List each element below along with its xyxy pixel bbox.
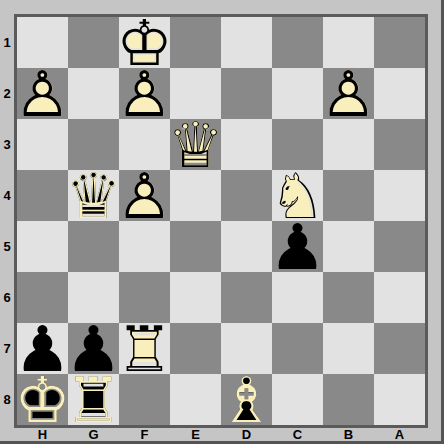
white-pawn-outline-icon: ♙: [17, 69, 68, 120]
square-h5[interactable]: [17, 221, 68, 272]
square-e1[interactable]: [170, 17, 221, 68]
square-a6[interactable]: [374, 272, 425, 323]
piece-black-queen-g4[interactable]: ♛♕: [68, 170, 119, 221]
file-label-b: B: [323, 427, 374, 441]
square-c6[interactable]: [272, 272, 323, 323]
file-label-g: G: [68, 427, 119, 441]
square-e7[interactable]: [170, 323, 221, 374]
piece-white-pawn-b2[interactable]: ♟♙: [323, 68, 374, 119]
square-d2[interactable]: [221, 68, 272, 119]
square-f4[interactable]: ♟♙: [119, 170, 170, 221]
rank-labels: 12345678: [0, 17, 14, 425]
square-f2[interactable]: ♟♙: [119, 68, 170, 119]
rank-label-3: 3: [0, 119, 14, 170]
piece-white-pawn-h2[interactable]: ♟♙: [17, 68, 68, 119]
square-h3[interactable]: [17, 119, 68, 170]
piece-white-queen-e3[interactable]: ♛♕: [170, 119, 221, 170]
square-d3[interactable]: [221, 119, 272, 170]
square-b5[interactable]: [323, 221, 374, 272]
square-g5[interactable]: [68, 221, 119, 272]
square-h4[interactable]: [17, 170, 68, 221]
black-pawn-silhouette-icon: ♟: [272, 222, 323, 273]
square-b8[interactable]: [323, 374, 374, 425]
square-b7[interactable]: [323, 323, 374, 374]
piece-white-rook-f7[interactable]: ♜♖: [119, 323, 170, 374]
black-rook-outline-icon: ♖: [68, 375, 119, 426]
square-f8[interactable]: [119, 374, 170, 425]
square-b6[interactable]: [323, 272, 374, 323]
square-e5[interactable]: [170, 221, 221, 272]
square-e3[interactable]: ♛♕: [170, 119, 221, 170]
black-bishop-outline-icon: ♗: [221, 375, 272, 426]
square-e8[interactable]: [170, 374, 221, 425]
rank-label-2: 2: [0, 68, 14, 119]
piece-white-pawn-f4[interactable]: ♟♙: [119, 170, 170, 221]
piece-white-pawn-f2[interactable]: ♟♙: [119, 68, 170, 119]
square-a7[interactable]: [374, 323, 425, 374]
square-a1[interactable]: [374, 17, 425, 68]
file-labels: HGFEDCBA: [17, 427, 425, 441]
square-f7[interactable]: ♜♖: [119, 323, 170, 374]
white-pawn-outline-icon: ♙: [119, 69, 170, 120]
square-a4[interactable]: [374, 170, 425, 221]
file-label-a: A: [374, 427, 425, 441]
white-rook-outline-icon: ♖: [119, 324, 170, 375]
piece-black-rook-g8[interactable]: ♜♖: [68, 374, 119, 425]
black-king-outline-icon: ♔: [17, 375, 68, 426]
file-label-d: D: [221, 427, 272, 441]
square-d4[interactable]: [221, 170, 272, 221]
square-a3[interactable]: [374, 119, 425, 170]
board: ♚♔♟♙♟♙♟♙♛♕♛♕♟♙♞♘♟♟♟♜♖♚♔♜♖♝♗: [14, 14, 428, 428]
white-queen-outline-icon: ♕: [170, 120, 221, 171]
square-g1[interactable]: [68, 17, 119, 68]
square-d8[interactable]: ♝♗: [221, 374, 272, 425]
rank-label-8: 8: [0, 374, 14, 425]
square-e6[interactable]: [170, 272, 221, 323]
square-f5[interactable]: [119, 221, 170, 272]
chess-diagram: ♚♔♟♙♟♙♟♙♛♕♛♕♟♙♞♘♟♟♟♜♖♚♔♜♖♝♗ 12345678 HGF…: [0, 0, 444, 444]
square-b4[interactable]: [323, 170, 374, 221]
square-g2[interactable]: [68, 68, 119, 119]
piece-black-bishop-d8[interactable]: ♝♗: [221, 374, 272, 425]
rank-label-5: 5: [0, 221, 14, 272]
rank-label-6: 6: [0, 272, 14, 323]
square-g8[interactable]: ♜♖: [68, 374, 119, 425]
white-pawn-outline-icon: ♙: [119, 171, 170, 222]
square-g4[interactable]: ♛♕: [68, 170, 119, 221]
square-h8[interactable]: ♚♔: [17, 374, 68, 425]
white-pawn-outline-icon: ♙: [323, 69, 374, 120]
square-e4[interactable]: [170, 170, 221, 221]
square-c5[interactable]: ♟: [272, 221, 323, 272]
square-d5[interactable]: [221, 221, 272, 272]
square-c2[interactable]: [272, 68, 323, 119]
square-b3[interactable]: [323, 119, 374, 170]
square-c1[interactable]: [272, 17, 323, 68]
square-b2[interactable]: ♟♙: [323, 68, 374, 119]
rank-label-4: 4: [0, 170, 14, 221]
square-a2[interactable]: [374, 68, 425, 119]
square-d6[interactable]: [221, 272, 272, 323]
square-d1[interactable]: [221, 17, 272, 68]
file-label-e: E: [170, 427, 221, 441]
square-a8[interactable]: [374, 374, 425, 425]
piece-black-king-h8[interactable]: ♚♔: [17, 374, 68, 425]
square-a5[interactable]: [374, 221, 425, 272]
file-label-c: C: [272, 427, 323, 441]
file-label-h: H: [17, 427, 68, 441]
square-c8[interactable]: [272, 374, 323, 425]
rank-label-1: 1: [0, 17, 14, 68]
file-label-f: F: [119, 427, 170, 441]
rank-label-7: 7: [0, 323, 14, 374]
black-queen-outline-icon: ♕: [68, 171, 119, 222]
square-c7[interactable]: [272, 323, 323, 374]
piece-black-pawn-c5[interactable]: ♟: [272, 221, 323, 272]
square-h2[interactable]: ♟♙: [17, 68, 68, 119]
